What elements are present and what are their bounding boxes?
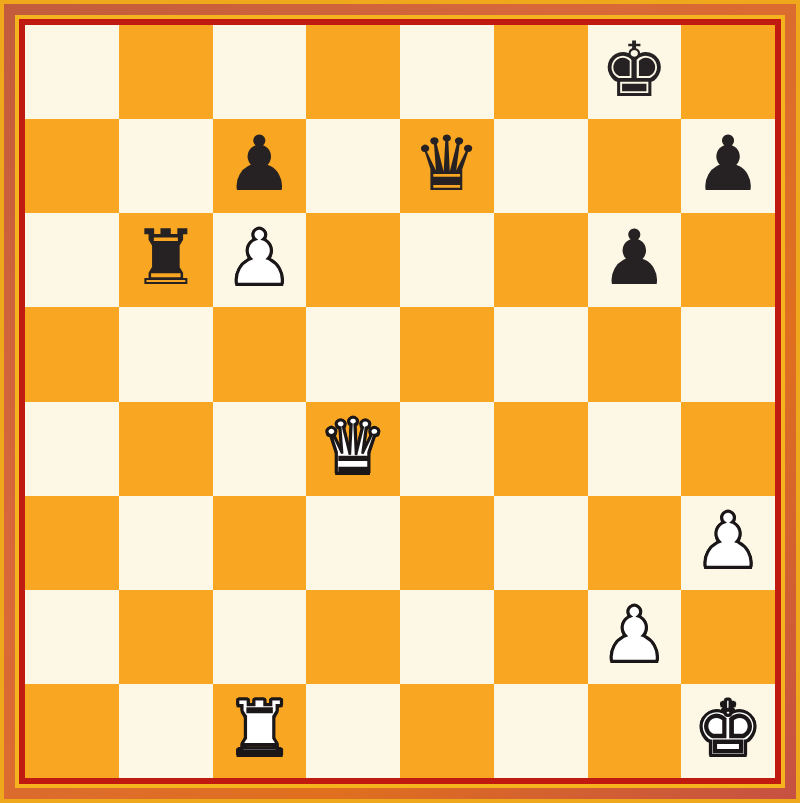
piece-white-rook[interactable]: ♜ [225, 691, 293, 767]
square-f2[interactable] [494, 590, 588, 684]
square-g8[interactable]: ♚ [588, 25, 682, 119]
square-h8[interactable] [681, 25, 775, 119]
square-d3[interactable] [306, 496, 400, 590]
frame-red-line: ♚♟♛♟♜♟♟♛♟♟♜♚ [19, 19, 781, 784]
square-g7[interactable] [588, 119, 682, 213]
square-g6[interactable]: ♟ [588, 213, 682, 307]
square-a6[interactable] [25, 213, 119, 307]
square-d4[interactable]: ♛ [306, 402, 400, 496]
square-c2[interactable] [213, 590, 307, 684]
square-d2[interactable] [306, 590, 400, 684]
square-f8[interactable] [494, 25, 588, 119]
piece-white-king[interactable]: ♚ [694, 691, 762, 767]
square-b4[interactable] [119, 402, 213, 496]
square-a1[interactable] [25, 684, 119, 778]
square-b6[interactable]: ♜ [119, 213, 213, 307]
square-a2[interactable] [25, 590, 119, 684]
square-h4[interactable] [681, 402, 775, 496]
square-c6[interactable]: ♟ [213, 213, 307, 307]
piece-black-rook[interactable]: ♜ [132, 220, 200, 296]
square-b8[interactable] [119, 25, 213, 119]
square-d8[interactable] [306, 25, 400, 119]
piece-white-pawn[interactable]: ♟ [600, 597, 668, 673]
square-g4[interactable] [588, 402, 682, 496]
square-a5[interactable] [25, 307, 119, 401]
piece-white-queen[interactable]: ♛ [319, 409, 387, 485]
square-b2[interactable] [119, 590, 213, 684]
square-d7[interactable] [306, 119, 400, 213]
square-c5[interactable] [213, 307, 307, 401]
piece-black-pawn[interactable]: ♟ [600, 220, 668, 296]
square-g3[interactable] [588, 496, 682, 590]
square-e4[interactable] [400, 402, 494, 496]
square-e2[interactable] [400, 590, 494, 684]
square-h6[interactable] [681, 213, 775, 307]
square-e7[interactable]: ♛ [400, 119, 494, 213]
frame-outer-gold: ♚♟♛♟♜♟♟♛♟♟♜♚ [0, 0, 800, 803]
square-h5[interactable] [681, 307, 775, 401]
square-h1[interactable]: ♚ [681, 684, 775, 778]
square-e3[interactable] [400, 496, 494, 590]
square-a8[interactable] [25, 25, 119, 119]
piece-black-pawn[interactable]: ♟ [225, 126, 293, 202]
square-h2[interactable] [681, 590, 775, 684]
square-b1[interactable] [119, 684, 213, 778]
square-c7[interactable]: ♟ [213, 119, 307, 213]
square-g2[interactable]: ♟ [588, 590, 682, 684]
square-f6[interactable] [494, 213, 588, 307]
square-h7[interactable]: ♟ [681, 119, 775, 213]
square-f4[interactable] [494, 402, 588, 496]
square-d1[interactable] [306, 684, 400, 778]
square-f3[interactable] [494, 496, 588, 590]
square-f7[interactable] [494, 119, 588, 213]
square-d5[interactable] [306, 307, 400, 401]
square-a7[interactable] [25, 119, 119, 213]
square-h3[interactable]: ♟ [681, 496, 775, 590]
square-c4[interactable] [213, 402, 307, 496]
square-a3[interactable] [25, 496, 119, 590]
piece-white-pawn[interactable]: ♟ [694, 503, 762, 579]
square-e6[interactable] [400, 213, 494, 307]
square-e8[interactable] [400, 25, 494, 119]
piece-black-pawn[interactable]: ♟ [694, 126, 762, 202]
square-d6[interactable] [306, 213, 400, 307]
piece-black-queen[interactable]: ♛ [413, 126, 481, 202]
frame-inner-gold: ♚♟♛♟♜♟♟♛♟♟♜♚ [15, 15, 785, 788]
chess-board: ♚♟♛♟♜♟♟♛♟♟♜♚ [25, 25, 775, 778]
square-g5[interactable] [588, 307, 682, 401]
frame-terracotta-band: ♚♟♛♟♜♟♟♛♟♟♜♚ [4, 4, 796, 799]
square-c1[interactable]: ♜ [213, 684, 307, 778]
square-g1[interactable] [588, 684, 682, 778]
square-b5[interactable] [119, 307, 213, 401]
piece-black-king[interactable]: ♚ [600, 32, 668, 108]
square-c3[interactable] [213, 496, 307, 590]
square-b3[interactable] [119, 496, 213, 590]
piece-white-pawn[interactable]: ♟ [225, 220, 293, 296]
square-a4[interactable] [25, 402, 119, 496]
square-b7[interactable] [119, 119, 213, 213]
square-c8[interactable] [213, 25, 307, 119]
square-e5[interactable] [400, 307, 494, 401]
square-f1[interactable] [494, 684, 588, 778]
square-e1[interactable] [400, 684, 494, 778]
square-f5[interactable] [494, 307, 588, 401]
